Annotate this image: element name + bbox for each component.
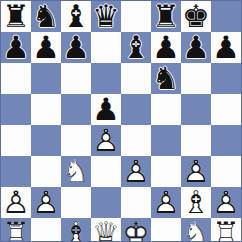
- square-e3[interactable]: ♟♙: [121, 156, 151, 187]
- square-a3[interactable]: [1, 156, 31, 187]
- square-g8[interactable]: ♚: [181, 1, 211, 32]
- square-e6[interactable]: [121, 63, 151, 94]
- black-king[interactable]: ♚: [182, 1, 210, 32]
- square-f7[interactable]: ♟: [151, 32, 181, 63]
- white-knight[interactable]: ♞♘: [62, 156, 90, 187]
- white-piece-outline: ♘: [62, 156, 90, 187]
- square-g1[interactable]: ♞♘: [181, 218, 211, 242]
- white-piece-outline: ♙: [92, 125, 120, 156]
- square-f5[interactable]: [151, 94, 181, 125]
- square-d4[interactable]: ♟♙: [91, 125, 121, 156]
- white-queen[interactable]: ♛♕: [92, 218, 120, 242]
- black-bishop[interactable]: ♝: [122, 32, 150, 63]
- square-b8[interactable]: ♞: [31, 1, 61, 32]
- square-h2[interactable]: ♟♙: [211, 187, 241, 218]
- white-piece-outline: ♙: [32, 187, 60, 218]
- square-f1[interactable]: [151, 218, 181, 242]
- black-pawn[interactable]: ♟: [2, 32, 30, 63]
- white-knight[interactable]: ♞♘: [182, 218, 210, 242]
- black-pawn[interactable]: ♟: [152, 32, 180, 63]
- white-king[interactable]: ♚♔: [122, 218, 150, 242]
- square-g4[interactable]: [181, 125, 211, 156]
- square-h4[interactable]: [211, 125, 241, 156]
- white-piece-outline: ♗: [62, 218, 90, 242]
- white-bishop[interactable]: ♝♗: [182, 187, 210, 218]
- white-rook[interactable]: ♜♖: [212, 218, 240, 242]
- square-c7[interactable]: ♟: [61, 32, 91, 63]
- black-rook[interactable]: ♜: [152, 1, 180, 32]
- square-d5[interactable]: ♟: [91, 94, 121, 125]
- square-g2[interactable]: ♝♗: [181, 187, 211, 218]
- white-rook[interactable]: ♜♖: [2, 218, 30, 242]
- white-piece-outline: ♙: [152, 187, 180, 218]
- white-piece-outline: ♙: [122, 156, 150, 187]
- white-pawn[interactable]: ♟♙: [212, 187, 240, 218]
- white-piece-outline: ♕: [92, 218, 120, 242]
- square-d8[interactable]: ♛: [91, 1, 121, 32]
- black-pawn[interactable]: ♟: [32, 32, 60, 63]
- black-queen[interactable]: ♛: [92, 1, 120, 32]
- square-a2[interactable]: ♟♙: [1, 187, 31, 218]
- square-b7[interactable]: ♟: [31, 32, 61, 63]
- square-f2[interactable]: ♟♙: [151, 187, 181, 218]
- square-b3[interactable]: [31, 156, 61, 187]
- square-c3[interactable]: ♞♘: [61, 156, 91, 187]
- chess-board: ♜♞♝♛♜♚♟♟♟♝♟♟♟♞♟♟♙♞♘♟♙♟♙♟♙♟♙♟♙♝♗♟♙♜♖♝♗♛♕♚…: [0, 0, 242, 242]
- square-a6[interactable]: [1, 63, 31, 94]
- square-a1[interactable]: ♜♖: [1, 218, 31, 242]
- white-piece-outline: ♘: [182, 218, 210, 242]
- square-a5[interactable]: [1, 94, 31, 125]
- square-d3[interactable]: [91, 156, 121, 187]
- black-pawn[interactable]: ♟: [212, 32, 240, 63]
- square-e8[interactable]: [121, 1, 151, 32]
- square-h7[interactable]: ♟: [211, 32, 241, 63]
- square-a4[interactable]: [1, 125, 31, 156]
- square-d7[interactable]: [91, 32, 121, 63]
- square-g5[interactable]: [181, 94, 211, 125]
- white-piece-outline: ♗: [182, 187, 210, 218]
- white-pawn[interactable]: ♟♙: [122, 156, 150, 187]
- square-b6[interactable]: [31, 63, 61, 94]
- black-knight[interactable]: ♞: [32, 1, 60, 32]
- square-e5[interactable]: [121, 94, 151, 125]
- square-g3[interactable]: ♟♙: [181, 156, 211, 187]
- square-b4[interactable]: [31, 125, 61, 156]
- white-piece-outline: ♖: [212, 218, 240, 242]
- square-f3[interactable]: [151, 156, 181, 187]
- square-d1[interactable]: ♛♕: [91, 218, 121, 242]
- square-d6[interactable]: [91, 63, 121, 94]
- white-pawn[interactable]: ♟♙: [2, 187, 30, 218]
- white-piece-outline: ♙: [2, 187, 30, 218]
- black-pawn[interactable]: ♟: [182, 32, 210, 63]
- black-pawn[interactable]: ♟: [62, 32, 90, 63]
- square-g6[interactable]: [181, 63, 211, 94]
- square-f6[interactable]: ♞: [151, 63, 181, 94]
- square-h8[interactable]: [211, 1, 241, 32]
- white-pawn[interactable]: ♟♙: [182, 156, 210, 187]
- square-e7[interactable]: ♝: [121, 32, 151, 63]
- square-h1[interactable]: ♜♖: [211, 218, 241, 242]
- square-h5[interactable]: [211, 94, 241, 125]
- chess-board-container: ♜♞♝♛♜♚♟♟♟♝♟♟♟♞♟♟♙♞♘♟♙♟♙♟♙♟♙♟♙♝♗♟♙♜♖♝♗♛♕♚…: [0, 0, 242, 242]
- black-bishop[interactable]: ♝: [62, 1, 90, 32]
- square-h6[interactable]: [211, 63, 241, 94]
- square-g7[interactable]: ♟: [181, 32, 211, 63]
- square-c2[interactable]: [61, 187, 91, 218]
- square-b5[interactable]: [31, 94, 61, 125]
- white-piece-outline: ♔: [122, 218, 150, 242]
- square-f8[interactable]: ♜: [151, 1, 181, 32]
- square-e4[interactable]: [121, 125, 151, 156]
- square-c6[interactable]: [61, 63, 91, 94]
- black-rook[interactable]: ♜: [2, 1, 30, 32]
- white-piece-outline: ♙: [212, 187, 240, 218]
- white-piece-outline: ♙: [182, 156, 210, 187]
- square-a7[interactable]: ♟: [1, 32, 31, 63]
- white-piece-outline: ♖: [2, 218, 30, 242]
- square-e2[interactable]: [121, 187, 151, 218]
- square-h3[interactable]: [211, 156, 241, 187]
- square-c8[interactable]: ♝: [61, 1, 91, 32]
- white-pawn[interactable]: ♟♙: [32, 187, 60, 218]
- square-f4[interactable]: [151, 125, 181, 156]
- black-pawn[interactable]: ♟: [92, 94, 120, 125]
- square-a8[interactable]: ♜: [1, 1, 31, 32]
- black-knight[interactable]: ♞: [152, 63, 180, 94]
- white-bishop[interactable]: ♝♗: [62, 218, 90, 242]
- white-pawn[interactable]: ♟♙: [92, 125, 120, 156]
- square-e1[interactable]: ♚♔: [121, 218, 151, 242]
- square-c1[interactable]: ♝♗: [61, 218, 91, 242]
- square-d2[interactable]: [91, 187, 121, 218]
- white-pawn[interactable]: ♟♙: [152, 187, 180, 218]
- square-b2[interactable]: ♟♙: [31, 187, 61, 218]
- square-c5[interactable]: [61, 94, 91, 125]
- square-b1[interactable]: [31, 218, 61, 242]
- square-c4[interactable]: [61, 125, 91, 156]
